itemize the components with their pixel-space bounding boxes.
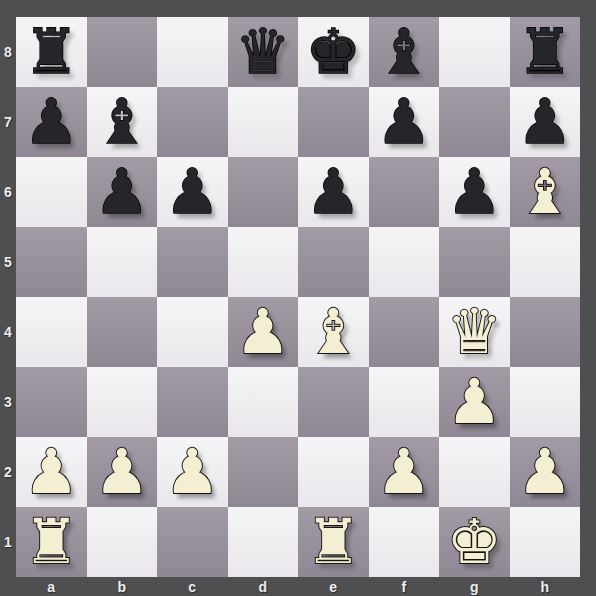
white-pawn[interactable]: ♟ (446, 367, 502, 437)
white-bishop[interactable]: ♝ (305, 297, 361, 367)
black-pawn[interactable]: ♟ (517, 87, 573, 157)
square-g7[interactable] (439, 87, 510, 157)
square-b8[interactable] (87, 17, 158, 87)
file-label-f: f (369, 577, 440, 596)
square-f6[interactable] (369, 157, 440, 227)
white-pawn[interactable]: ♟ (164, 437, 220, 507)
file-label-e: e (298, 577, 369, 596)
square-b5[interactable] (87, 227, 158, 297)
black-pawn[interactable]: ♟ (23, 87, 79, 157)
rank-label-4: 4 (0, 297, 16, 367)
square-g5[interactable] (439, 227, 510, 297)
square-f3[interactable] (369, 367, 440, 437)
square-a5[interactable] (16, 227, 87, 297)
square-a2[interactable]: ♟ (16, 437, 87, 507)
square-h7[interactable]: ♟ (510, 87, 581, 157)
rank-label-3: 3 (0, 367, 16, 437)
file-label-b: b (87, 577, 158, 596)
square-e2[interactable] (298, 437, 369, 507)
square-d3[interactable] (228, 367, 299, 437)
square-d2[interactable] (228, 437, 299, 507)
square-e3[interactable] (298, 367, 369, 437)
square-g6[interactable]: ♟ (439, 157, 510, 227)
square-h6[interactable]: ♝ (510, 157, 581, 227)
black-rook[interactable]: ♜ (517, 17, 573, 87)
black-pawn[interactable]: ♟ (164, 157, 220, 227)
square-d5[interactable] (228, 227, 299, 297)
square-c8[interactable] (157, 17, 228, 87)
square-h8[interactable]: ♜ (510, 17, 581, 87)
file-label-a: a (16, 577, 87, 596)
square-c7[interactable] (157, 87, 228, 157)
file-labels: abcdefgh (16, 577, 580, 596)
square-c2[interactable]: ♟ (157, 437, 228, 507)
square-f8[interactable]: ♝ (369, 17, 440, 87)
square-b4[interactable] (87, 297, 158, 367)
square-d8[interactable]: ♛ (228, 17, 299, 87)
square-h1[interactable] (510, 507, 581, 577)
rank-label-1: 1 (0, 507, 16, 577)
square-h2[interactable]: ♟ (510, 437, 581, 507)
white-bishop[interactable]: ♝ (517, 157, 573, 227)
square-g4[interactable]: ♛ (439, 297, 510, 367)
square-b1[interactable] (87, 507, 158, 577)
file-label-c: c (157, 577, 228, 596)
square-a6[interactable] (16, 157, 87, 227)
square-b2[interactable]: ♟ (87, 437, 158, 507)
white-pawn[interactable]: ♟ (94, 437, 150, 507)
square-e4[interactable]: ♝ (298, 297, 369, 367)
white-rook[interactable]: ♜ (23, 507, 79, 577)
square-f7[interactable]: ♟ (369, 87, 440, 157)
square-d1[interactable] (228, 507, 299, 577)
chess-board[interactable]: ♜♛♚♝♜♟♝♟♟♟♟♟♟♝♟♝♛♟♟♟♟♟♟♜♜♚ (16, 17, 580, 577)
square-b3[interactable] (87, 367, 158, 437)
white-pawn[interactable]: ♟ (23, 437, 79, 507)
square-g3[interactable]: ♟ (439, 367, 510, 437)
file-label-g: g (439, 577, 510, 596)
white-rook[interactable]: ♜ (305, 507, 361, 577)
rank-label-8: 8 (0, 17, 16, 87)
black-queen[interactable]: ♛ (235, 17, 291, 87)
square-f1[interactable] (369, 507, 440, 577)
white-queen[interactable]: ♛ (446, 297, 502, 367)
black-rook[interactable]: ♜ (23, 17, 79, 87)
rank-label-2: 2 (0, 437, 16, 507)
black-pawn[interactable]: ♟ (94, 157, 150, 227)
black-pawn[interactable]: ♟ (305, 157, 361, 227)
square-c5[interactable] (157, 227, 228, 297)
square-h4[interactable] (510, 297, 581, 367)
square-d4[interactable]: ♟ (228, 297, 299, 367)
square-d6[interactable] (228, 157, 299, 227)
square-h3[interactable] (510, 367, 581, 437)
square-f5[interactable] (369, 227, 440, 297)
square-h5[interactable] (510, 227, 581, 297)
black-bishop[interactable]: ♝ (94, 87, 150, 157)
square-b6[interactable]: ♟ (87, 157, 158, 227)
board-frame: 87654321 ♜♛♚♝♜♟♝♟♟♟♟♟♟♝♟♝♛♟♟♟♟♟♟♜♜♚ abcd… (0, 0, 596, 596)
rank-label-6: 6 (0, 157, 16, 227)
square-g1[interactable]: ♚ (439, 507, 510, 577)
square-a1[interactable]: ♜ (16, 507, 87, 577)
square-g2[interactable] (439, 437, 510, 507)
file-label-d: d (228, 577, 299, 596)
square-f2[interactable]: ♟ (369, 437, 440, 507)
square-e1[interactable]: ♜ (298, 507, 369, 577)
file-label-h: h (510, 577, 581, 596)
square-e7[interactable] (298, 87, 369, 157)
square-d7[interactable] (228, 87, 299, 157)
square-f4[interactable] (369, 297, 440, 367)
square-c1[interactable] (157, 507, 228, 577)
white-king[interactable]: ♚ (446, 507, 502, 577)
square-a7[interactable]: ♟ (16, 87, 87, 157)
black-pawn[interactable]: ♟ (376, 87, 432, 157)
square-e8[interactable]: ♚ (298, 17, 369, 87)
white-pawn[interactable]: ♟ (235, 297, 291, 367)
square-e6[interactable]: ♟ (298, 157, 369, 227)
square-b7[interactable]: ♝ (87, 87, 158, 157)
square-c3[interactable] (157, 367, 228, 437)
rank-labels: 87654321 (0, 17, 16, 577)
square-c4[interactable] (157, 297, 228, 367)
square-a8[interactable]: ♜ (16, 17, 87, 87)
square-g8[interactable] (439, 17, 510, 87)
square-a3[interactable] (16, 367, 87, 437)
square-a4[interactable] (16, 297, 87, 367)
black-bishop[interactable]: ♝ (376, 17, 432, 87)
white-pawn[interactable]: ♟ (376, 437, 432, 507)
rank-label-5: 5 (0, 227, 16, 297)
black-pawn[interactable]: ♟ (446, 157, 502, 227)
square-e5[interactable] (298, 227, 369, 297)
white-pawn[interactable]: ♟ (517, 437, 573, 507)
rank-label-7: 7 (0, 87, 16, 157)
black-king[interactable]: ♚ (305, 17, 361, 87)
square-c6[interactable]: ♟ (157, 157, 228, 227)
